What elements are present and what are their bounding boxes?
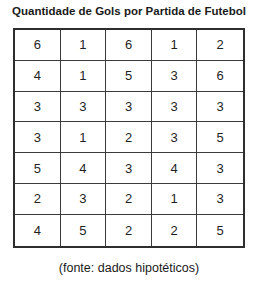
grid-cell: 1 — [61, 61, 107, 92]
grid-cell: 3 — [15, 92, 61, 123]
grid-cell: 1 — [61, 122, 107, 153]
grid-cell: 2 — [197, 30, 243, 61]
grid-cell: 3 — [106, 153, 152, 184]
grid-cell: 5 — [61, 215, 107, 246]
grid-cell: 2 — [15, 184, 61, 215]
grid-cell: 6 — [15, 30, 61, 61]
grid-cell: 4 — [152, 153, 198, 184]
grid-cell: 3 — [152, 122, 198, 153]
source-note: (fonte: dados hipotéticos) — [0, 261, 258, 275]
grid-cell: 1 — [152, 184, 198, 215]
grid-cell: 3 — [152, 61, 198, 92]
grid-cell: 3 — [61, 184, 107, 215]
grid-cell: 5 — [197, 215, 243, 246]
goals-table: 61612415363333331235543432321345225 — [13, 28, 245, 248]
grid-cell: 4 — [15, 61, 61, 92]
grid-cell: 2 — [106, 215, 152, 246]
page-title: Quantidade de Gols por Partida de Futebo… — [0, 5, 258, 17]
grid-cell: 2 — [106, 122, 152, 153]
grid-cell: 3 — [15, 122, 61, 153]
grid-cell: 1 — [152, 30, 198, 61]
grid-cell: 3 — [197, 153, 243, 184]
grid-cell: 3 — [152, 92, 198, 123]
grid-cell: 1 — [61, 30, 107, 61]
grid-cell: 4 — [15, 215, 61, 246]
grid-cell: 3 — [61, 92, 107, 123]
grid-cell: 6 — [106, 30, 152, 61]
grid-cell: 6 — [197, 61, 243, 92]
grid-cell: 3 — [197, 184, 243, 215]
grid-cell: 2 — [106, 184, 152, 215]
grid-cell: 3 — [106, 92, 152, 123]
grid-cell: 3 — [197, 92, 243, 123]
grid-cell: 2 — [152, 215, 198, 246]
grid-cell: 4 — [61, 153, 107, 184]
grid-cell: 5 — [106, 61, 152, 92]
grid-cell: 5 — [15, 153, 61, 184]
page: Quantidade de Gols por Partida de Futebo… — [0, 0, 258, 289]
grid-cell: 5 — [197, 122, 243, 153]
